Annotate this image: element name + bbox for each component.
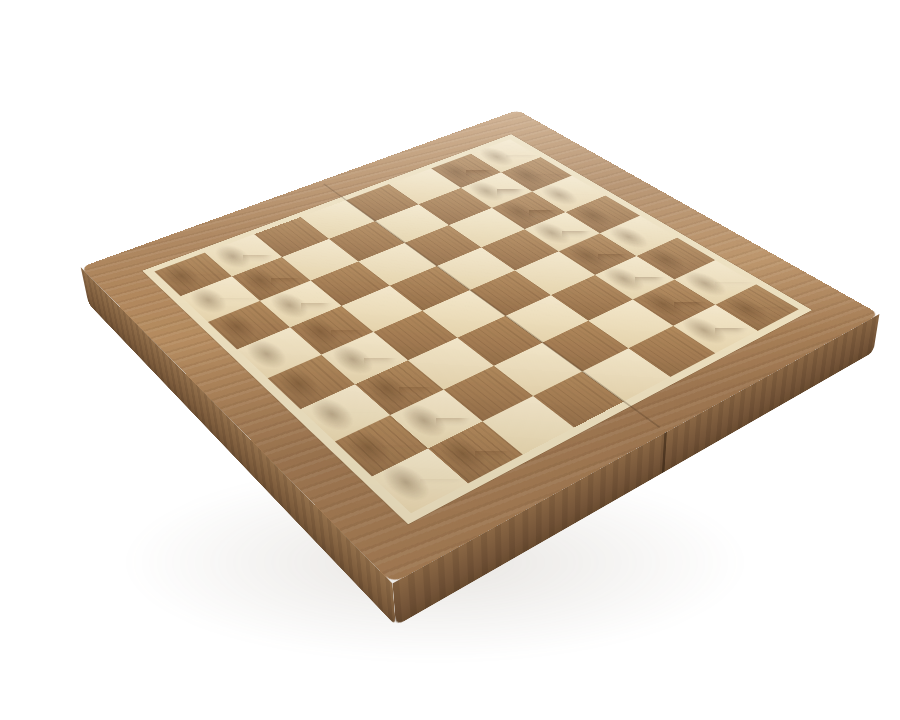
black-pawn-glyph: ♟ — [681, 260, 750, 333]
fold-seam-side — [662, 432, 667, 474]
chess-board: ♜♞♝♛♚♝♞♜♟♟♟♟♟♟♟♟♟♟♟♟♟♟♟♟♜♞♝♛♚♝♞♜ — [81, 110, 880, 584]
perspective-scene: ♜♞♝♛♚♝♞♜♟♟♟♟♟♟♟♟♟♟♟♟♟♟♟♟♜♞♝♛♚♝♞♜ — [0, 0, 900, 720]
white-rook-glyph: ♜ — [364, 367, 476, 486]
photo-background: ♜♞♝♛♚♝♞♜♟♟♟♟♟♟♟♟♟♟♟♟♟♟♟♟♜♞♝♛♚♝♞♜ — [0, 0, 900, 720]
